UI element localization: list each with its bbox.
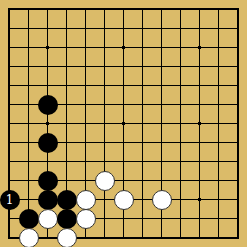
- intersection-K8[interactable]: [171, 95, 190, 114]
- intersection-B13[interactable]: [19, 0, 38, 19]
- intersection-J5[interactable]: [152, 152, 171, 171]
- intersection-A1[interactable]: [0, 228, 19, 247]
- intersection-G8[interactable]: [114, 95, 133, 114]
- intersection-L8[interactable]: [190, 95, 209, 114]
- star-point: [198, 198, 201, 201]
- intersection-D9[interactable]: [57, 76, 76, 95]
- intersection-H9[interactable]: [133, 76, 152, 95]
- white-stone-E3: [76, 190, 96, 210]
- intersection-A5[interactable]: [0, 152, 19, 171]
- intersection-G2[interactable]: [114, 209, 133, 228]
- intersection-E11[interactable]: [76, 38, 95, 57]
- intersection-K7[interactable]: [171, 114, 190, 133]
- intersection-J3[interactable]: [152, 190, 171, 209]
- intersection-J8[interactable]: [152, 95, 171, 114]
- intersection-D5[interactable]: [57, 152, 76, 171]
- intersection-E8[interactable]: [76, 95, 95, 114]
- intersection-L6[interactable]: [190, 133, 209, 152]
- intersection-D3[interactable]: [57, 190, 76, 209]
- intersection-N6[interactable]: [228, 133, 247, 152]
- black-stone-C3: [38, 190, 58, 210]
- intersection-B5[interactable]: [19, 152, 38, 171]
- intersection-H5[interactable]: [133, 152, 152, 171]
- intersection-H2[interactable]: [133, 209, 152, 228]
- intersection-H4[interactable]: [133, 171, 152, 190]
- black-stone-B2: [19, 209, 39, 229]
- intersection-K3[interactable]: [171, 190, 190, 209]
- intersection-M7[interactable]: [209, 114, 228, 133]
- star-point: [46, 46, 49, 49]
- intersection-F6[interactable]: [95, 133, 114, 152]
- intersection-M9[interactable]: [209, 76, 228, 95]
- intersection-G5[interactable]: [114, 152, 133, 171]
- intersection-C1[interactable]: [38, 228, 57, 247]
- intersection-C3[interactable]: [38, 190, 57, 209]
- intersection-H3[interactable]: [133, 190, 152, 209]
- intersection-A7[interactable]: [0, 114, 19, 133]
- intersection-B4[interactable]: [19, 171, 38, 190]
- intersection-K5[interactable]: [171, 152, 190, 171]
- intersection-N8[interactable]: [228, 95, 247, 114]
- intersection-G4[interactable]: [114, 171, 133, 190]
- intersection-J6[interactable]: [152, 133, 171, 152]
- intersection-F3[interactable]: [95, 190, 114, 209]
- intersection-J2[interactable]: [152, 209, 171, 228]
- intersection-D13[interactable]: [57, 0, 76, 19]
- intersection-A11[interactable]: [0, 38, 19, 57]
- intersection-C10[interactable]: [38, 57, 57, 76]
- intersection-L4[interactable]: [190, 171, 209, 190]
- intersection-L12[interactable]: [190, 19, 209, 38]
- intersection-B8[interactable]: [19, 95, 38, 114]
- intersection-F10[interactable]: [95, 57, 114, 76]
- intersection-N7[interactable]: [228, 114, 247, 133]
- intersection-M12[interactable]: [209, 19, 228, 38]
- intersection-M11[interactable]: [209, 38, 228, 57]
- intersection-H13[interactable]: [133, 0, 152, 19]
- intersection-B10[interactable]: [19, 57, 38, 76]
- white-stone-B1: [19, 228, 39, 247]
- intersection-M8[interactable]: [209, 95, 228, 114]
- intersection-E4[interactable]: [76, 171, 95, 190]
- intersection-D7[interactable]: [57, 114, 76, 133]
- intersection-H6[interactable]: [133, 133, 152, 152]
- black-stone-D3: [57, 190, 77, 210]
- intersection-J4[interactable]: [152, 171, 171, 190]
- intersection-J13[interactable]: [152, 0, 171, 19]
- intersection-G12[interactable]: [114, 19, 133, 38]
- intersection-M2[interactable]: [209, 209, 228, 228]
- star-point: [46, 122, 49, 125]
- intersection-E10[interactable]: [76, 57, 95, 76]
- intersection-H7[interactable]: [133, 114, 152, 133]
- intersection-H12[interactable]: [133, 19, 152, 38]
- intersection-D12[interactable]: [57, 19, 76, 38]
- black-stone-C8: [38, 95, 58, 115]
- intersection-B11[interactable]: [19, 38, 38, 57]
- intersection-F9[interactable]: [95, 76, 114, 95]
- intersection-D8[interactable]: [57, 95, 76, 114]
- intersection-N5[interactable]: [228, 152, 247, 171]
- intersection-A10[interactable]: [0, 57, 19, 76]
- intersection-B6[interactable]: [19, 133, 38, 152]
- intersection-K11[interactable]: [171, 38, 190, 57]
- intersection-D11[interactable]: [57, 38, 76, 57]
- intersection-F7[interactable]: [95, 114, 114, 133]
- intersection-H11[interactable]: [133, 38, 152, 57]
- intersection-J1[interactable]: [152, 228, 171, 247]
- intersection-K1[interactable]: [171, 228, 190, 247]
- intersection-G1[interactable]: [114, 228, 133, 247]
- intersection-E3[interactable]: [76, 190, 95, 209]
- intersection-N3[interactable]: [228, 190, 247, 209]
- intersection-J11[interactable]: [152, 38, 171, 57]
- intersection-B7[interactable]: [19, 114, 38, 133]
- intersection-J9[interactable]: [152, 76, 171, 95]
- intersection-D2[interactable]: [57, 209, 76, 228]
- intersection-A12[interactable]: [0, 19, 19, 38]
- intersection-E6[interactable]: [76, 133, 95, 152]
- intersection-K6[interactable]: [171, 133, 190, 152]
- intersection-N11[interactable]: [228, 38, 247, 57]
- intersection-M5[interactable]: [209, 152, 228, 171]
- intersection-B1[interactable]: [19, 228, 38, 247]
- star-point: [198, 122, 201, 125]
- intersection-J7[interactable]: [152, 114, 171, 133]
- black-stone-C6: [38, 133, 58, 153]
- intersection-L13[interactable]: [190, 0, 209, 19]
- intersection-B12[interactable]: [19, 19, 38, 38]
- intersection-B2[interactable]: [19, 209, 38, 228]
- intersection-C9[interactable]: [38, 76, 57, 95]
- intersection-A6[interactable]: [0, 133, 19, 152]
- intersection-C6[interactable]: [38, 133, 57, 152]
- black-stone-C4: [38, 171, 58, 191]
- intersection-M3[interactable]: [209, 190, 228, 209]
- intersection-E5[interactable]: [76, 152, 95, 171]
- intersection-M6[interactable]: [209, 133, 228, 152]
- intersection-G6[interactable]: [114, 133, 133, 152]
- intersection-F1[interactable]: [95, 228, 114, 247]
- intersection-E7[interactable]: [76, 114, 95, 133]
- intersection-K9[interactable]: [171, 76, 190, 95]
- intersection-N12[interactable]: [228, 19, 247, 38]
- intersection-N13[interactable]: [228, 0, 247, 19]
- intersection-D10[interactable]: [57, 57, 76, 76]
- star-point: [198, 46, 201, 49]
- intersection-G13[interactable]: [114, 0, 133, 19]
- go-board: 1: [0, 0, 247, 247]
- intersection-E13[interactable]: [76, 0, 95, 19]
- intersection-K10[interactable]: [171, 57, 190, 76]
- intersection-D4[interactable]: [57, 171, 76, 190]
- intersection-G3[interactable]: [114, 190, 133, 209]
- intersection-L1[interactable]: [190, 228, 209, 247]
- white-stone-E2: [76, 209, 96, 229]
- white-stone-C2: [38, 209, 58, 229]
- white-stone-J3: [152, 190, 172, 210]
- intersection-N1[interactable]: [228, 228, 247, 247]
- intersection-F5[interactable]: [95, 152, 114, 171]
- intersection-C8[interactable]: [38, 95, 57, 114]
- intersection-F4[interactable]: [95, 171, 114, 190]
- intersection-E1[interactable]: [76, 228, 95, 247]
- star-point: [122, 46, 125, 49]
- intersection-H1[interactable]: [133, 228, 152, 247]
- intersection-C4[interactable]: [38, 171, 57, 190]
- intersection-L2[interactable]: [190, 209, 209, 228]
- intersection-F13[interactable]: [95, 0, 114, 19]
- intersection-L9[interactable]: [190, 76, 209, 95]
- intersection-N9[interactable]: [228, 76, 247, 95]
- intersection-A3[interactable]: 1: [0, 190, 19, 209]
- intersection-E9[interactable]: [76, 76, 95, 95]
- white-stone-D1: [57, 228, 77, 247]
- intersection-K2[interactable]: [171, 209, 190, 228]
- intersection-F8[interactable]: [95, 95, 114, 114]
- intersection-E12[interactable]: [76, 19, 95, 38]
- intersection-D6[interactable]: [57, 133, 76, 152]
- intersection-E2[interactable]: [76, 209, 95, 228]
- intersection-H8[interactable]: [133, 95, 152, 114]
- intersection-G9[interactable]: [114, 76, 133, 95]
- intersection-C12[interactable]: [38, 19, 57, 38]
- star-point: [122, 122, 125, 125]
- intersection-N4[interactable]: [228, 171, 247, 190]
- intersection-K12[interactable]: [171, 19, 190, 38]
- intersection-L5[interactable]: [190, 152, 209, 171]
- intersection-J10[interactable]: [152, 57, 171, 76]
- intersection-A2[interactable]: [0, 209, 19, 228]
- intersection-A8[interactable]: [0, 95, 19, 114]
- white-stone-G3: [114, 190, 134, 210]
- intersection-B9[interactable]: [19, 76, 38, 95]
- intersection-A13[interactable]: [0, 0, 19, 19]
- intersection-M13[interactable]: [209, 0, 228, 19]
- intersection-M4[interactable]: [209, 171, 228, 190]
- intersection-G10[interactable]: [114, 57, 133, 76]
- intersection-L10[interactable]: [190, 57, 209, 76]
- intersection-N2[interactable]: [228, 209, 247, 228]
- intersection-B3[interactable]: [19, 190, 38, 209]
- white-stone-F4: [95, 171, 115, 191]
- intersection-M10[interactable]: [209, 57, 228, 76]
- black-stone-A3-move-label: 1: [0, 190, 20, 210]
- intersection-C5[interactable]: [38, 152, 57, 171]
- black-stone-D2: [57, 209, 77, 229]
- intersection-H10[interactable]: [133, 57, 152, 76]
- intersection-M1[interactable]: [209, 228, 228, 247]
- intersection-D1[interactable]: [57, 228, 76, 247]
- intersection-C13[interactable]: [38, 0, 57, 19]
- intersection-K4[interactable]: [171, 171, 190, 190]
- intersection-A9[interactable]: [0, 76, 19, 95]
- intersection-J12[interactable]: [152, 19, 171, 38]
- intersection-F11[interactable]: [95, 38, 114, 57]
- intersection-F2[interactable]: [95, 209, 114, 228]
- intersection-C2[interactable]: [38, 209, 57, 228]
- intersection-N10[interactable]: [228, 57, 247, 76]
- intersection-F12[interactable]: [95, 19, 114, 38]
- intersection-A4[interactable]: [0, 171, 19, 190]
- intersection-K13[interactable]: [171, 0, 190, 19]
